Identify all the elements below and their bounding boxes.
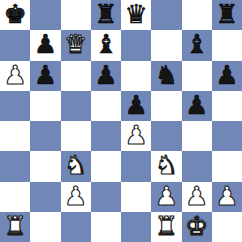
square-g8[interactable] — [182, 0, 212, 30]
square-b1[interactable] — [30, 212, 60, 242]
square-a5[interactable] — [0, 91, 30, 121]
square-f6[interactable]: ♞ — [151, 61, 181, 91]
square-c5[interactable] — [61, 91, 91, 121]
black-pawn-d6: ♟ — [94, 61, 117, 90]
square-b4[interactable] — [30, 121, 60, 151]
square-f5[interactable] — [151, 91, 181, 121]
square-d6[interactable]: ♟ — [91, 61, 121, 91]
square-a6[interactable]: ♟ — [0, 61, 30, 91]
square-h6[interactable]: ♟ — [212, 61, 242, 91]
square-b6[interactable]: ♟ — [30, 61, 60, 91]
white-rook-f1: ♜ — [155, 212, 178, 241]
square-h7[interactable] — [212, 30, 242, 60]
black-rook-d8: ♜ — [94, 0, 117, 29]
square-d3[interactable] — [91, 151, 121, 181]
square-f1[interactable]: ♜ — [151, 212, 181, 242]
black-pawn-b7: ♟ — [34, 30, 57, 59]
square-a7[interactable] — [0, 30, 30, 60]
square-f7[interactable] — [151, 30, 181, 60]
square-e2[interactable] — [121, 182, 151, 212]
square-h5[interactable] — [212, 91, 242, 121]
square-e3[interactable] — [121, 151, 151, 181]
square-a2[interactable] — [0, 182, 30, 212]
white-pawn-e4: ♟ — [124, 121, 147, 150]
square-h8[interactable]: ♜ — [212, 0, 242, 30]
square-b3[interactable] — [30, 151, 60, 181]
square-f2[interactable]: ♟ — [151, 182, 181, 212]
square-b7[interactable]: ♟ — [30, 30, 60, 60]
square-b5[interactable] — [30, 91, 60, 121]
square-d1[interactable] — [91, 212, 121, 242]
black-pawn-h6: ♟ — [215, 61, 238, 90]
square-g7[interactable]: ♝ — [182, 30, 212, 60]
black-pawn-g5: ♟ — [185, 91, 208, 120]
black-knight-f6: ♞ — [155, 61, 178, 90]
square-e6[interactable] — [121, 61, 151, 91]
chess-board-screenshot: ♚♜♛♜♟♛♝♝♟♟♟♞♟♟♟♟♞♞♟♟♟♟♜♜♚ — [0, 0, 242, 242]
white-pawn-g2: ♟ — [185, 182, 208, 211]
white-queen-c7: ♛ — [64, 30, 87, 59]
square-c1[interactable] — [61, 212, 91, 242]
square-e8[interactable]: ♛ — [121, 0, 151, 30]
square-e4[interactable]: ♟ — [121, 121, 151, 151]
square-e1[interactable] — [121, 212, 151, 242]
square-a4[interactable] — [0, 121, 30, 151]
square-h2[interactable]: ♟ — [212, 182, 242, 212]
chess-board: ♚♜♛♜♟♛♝♝♟♟♟♞♟♟♟♟♞♞♟♟♟♟♜♜♚ — [0, 0, 242, 242]
white-knight-c3: ♞ — [64, 151, 87, 180]
white-pawn-a6: ♟ — [3, 61, 26, 90]
white-pawn-c2: ♟ — [64, 182, 87, 211]
black-queen-e8: ♛ — [124, 0, 147, 29]
square-d5[interactable] — [91, 91, 121, 121]
white-pawn-h2: ♟ — [215, 182, 238, 211]
square-h1[interactable] — [212, 212, 242, 242]
square-g1[interactable]: ♚ — [182, 212, 212, 242]
black-pawn-b6: ♟ — [34, 61, 57, 90]
white-rook-a1: ♜ — [3, 212, 26, 241]
square-b2[interactable] — [30, 182, 60, 212]
square-f3[interactable]: ♞ — [151, 151, 181, 181]
square-f4[interactable] — [151, 121, 181, 151]
white-king-g1: ♚ — [185, 212, 208, 241]
square-d8[interactable]: ♜ — [91, 0, 121, 30]
black-bishop-d7: ♝ — [94, 30, 117, 59]
square-f8[interactable] — [151, 0, 181, 30]
square-d2[interactable] — [91, 182, 121, 212]
black-bishop-g7: ♝ — [185, 30, 208, 59]
square-c7[interactable]: ♛ — [61, 30, 91, 60]
square-c6[interactable] — [61, 61, 91, 91]
square-e5[interactable]: ♟ — [121, 91, 151, 121]
square-h4[interactable] — [212, 121, 242, 151]
black-rook-h8: ♜ — [215, 0, 238, 29]
square-c4[interactable] — [61, 121, 91, 151]
square-a3[interactable] — [0, 151, 30, 181]
square-d4[interactable] — [91, 121, 121, 151]
white-pawn-f2: ♟ — [155, 182, 178, 211]
square-b8[interactable] — [30, 0, 60, 30]
square-c2[interactable]: ♟ — [61, 182, 91, 212]
square-a8[interactable]: ♚ — [0, 0, 30, 30]
square-g2[interactable]: ♟ — [182, 182, 212, 212]
square-g6[interactable] — [182, 61, 212, 91]
black-pawn-e5: ♟ — [124, 91, 147, 120]
square-h3[interactable] — [212, 151, 242, 181]
square-c3[interactable]: ♞ — [61, 151, 91, 181]
square-g3[interactable] — [182, 151, 212, 181]
square-e7[interactable] — [121, 30, 151, 60]
square-g4[interactable] — [182, 121, 212, 151]
black-king-a8: ♚ — [3, 0, 26, 29]
square-g5[interactable]: ♟ — [182, 91, 212, 121]
square-d7[interactable]: ♝ — [91, 30, 121, 60]
square-a1[interactable]: ♜ — [0, 212, 30, 242]
square-c8[interactable] — [61, 0, 91, 30]
white-knight-f3: ♞ — [155, 151, 178, 180]
